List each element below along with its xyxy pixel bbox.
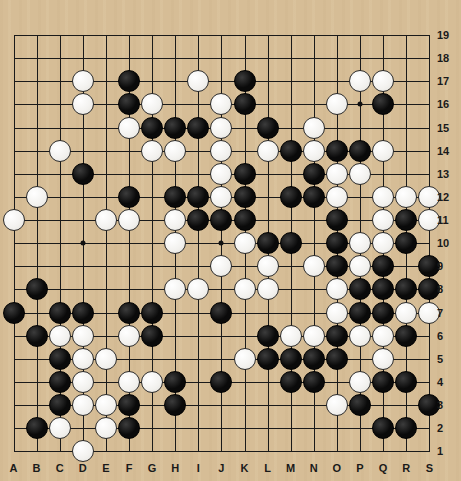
black-stone-p14[interactable] bbox=[349, 140, 371, 162]
white-stone-d17[interactable] bbox=[72, 70, 94, 92]
row-label-14: 14 bbox=[437, 145, 449, 157]
black-stone-i12[interactable] bbox=[187, 186, 209, 208]
black-stone-o10[interactable] bbox=[326, 232, 348, 254]
black-stone-g15[interactable] bbox=[141, 117, 163, 139]
black-stone-f7[interactable] bbox=[118, 302, 140, 324]
black-stone-o14[interactable] bbox=[326, 140, 348, 162]
white-stone-q14[interactable] bbox=[372, 140, 394, 162]
black-stone-q7[interactable] bbox=[372, 302, 394, 324]
white-stone-q17[interactable] bbox=[372, 70, 394, 92]
row-label-4: 4 bbox=[437, 376, 443, 388]
black-stone-r11[interactable] bbox=[395, 209, 417, 231]
white-stone-c2[interactable] bbox=[49, 417, 71, 439]
row-label-18: 18 bbox=[437, 52, 449, 64]
white-stone-h10[interactable] bbox=[164, 232, 186, 254]
star-point-j10 bbox=[219, 241, 224, 246]
black-stone-k12[interactable] bbox=[234, 186, 256, 208]
white-stone-j15[interactable] bbox=[210, 117, 232, 139]
black-stone-c7[interactable] bbox=[49, 302, 71, 324]
black-stone-p7[interactable] bbox=[349, 302, 371, 324]
row-label-12: 12 bbox=[437, 191, 449, 203]
white-stone-p6[interactable] bbox=[349, 325, 371, 347]
black-stone-l6[interactable] bbox=[257, 325, 279, 347]
black-stone-n4[interactable] bbox=[303, 371, 325, 393]
white-stone-r12[interactable] bbox=[395, 186, 417, 208]
row-label-7: 7 bbox=[437, 307, 443, 319]
white-stone-k8[interactable] bbox=[234, 278, 256, 300]
white-stone-n15[interactable] bbox=[303, 117, 325, 139]
black-stone-p3[interactable] bbox=[349, 394, 371, 416]
black-stone-n5[interactable] bbox=[303, 348, 325, 370]
white-stone-g4[interactable] bbox=[141, 371, 163, 393]
white-stone-l8[interactable] bbox=[257, 278, 279, 300]
column-label-n: N bbox=[310, 462, 318, 474]
column-label-s: S bbox=[426, 462, 433, 474]
black-stone-b6[interactable] bbox=[26, 325, 48, 347]
black-stone-g6[interactable] bbox=[141, 325, 163, 347]
row-label-13: 13 bbox=[437, 168, 449, 180]
row-label-6: 6 bbox=[437, 330, 443, 342]
white-stone-f11[interactable] bbox=[118, 209, 140, 231]
black-stone-a7[interactable] bbox=[3, 302, 25, 324]
white-stone-e2[interactable] bbox=[95, 417, 117, 439]
white-stone-k5[interactable] bbox=[234, 348, 256, 370]
row-label-5: 5 bbox=[437, 353, 443, 365]
black-stone-n12[interactable] bbox=[303, 186, 325, 208]
white-stone-d1[interactable] bbox=[72, 440, 94, 462]
white-stone-n9[interactable] bbox=[303, 255, 325, 277]
row-label-16: 16 bbox=[437, 98, 449, 110]
black-stone-r6[interactable] bbox=[395, 325, 417, 347]
white-stone-d5[interactable] bbox=[72, 348, 94, 370]
black-stone-k17[interactable] bbox=[234, 70, 256, 92]
black-stone-c5[interactable] bbox=[49, 348, 71, 370]
black-stone-i15[interactable] bbox=[187, 117, 209, 139]
black-stone-o11[interactable] bbox=[326, 209, 348, 231]
white-stone-e3[interactable] bbox=[95, 394, 117, 416]
black-stone-b8[interactable] bbox=[26, 278, 48, 300]
white-stone-q5[interactable] bbox=[372, 348, 394, 370]
black-stone-c3[interactable] bbox=[49, 394, 71, 416]
black-stone-f17[interactable] bbox=[118, 70, 140, 92]
white-stone-o13[interactable] bbox=[326, 163, 348, 185]
column-label-j: J bbox=[218, 462, 224, 474]
white-stone-d4[interactable] bbox=[72, 371, 94, 393]
black-stone-r10[interactable] bbox=[395, 232, 417, 254]
white-stone-f4[interactable] bbox=[118, 371, 140, 393]
white-stone-q12[interactable] bbox=[372, 186, 394, 208]
black-stone-i11[interactable] bbox=[187, 209, 209, 231]
white-stone-o12[interactable] bbox=[326, 186, 348, 208]
black-stone-n13[interactable] bbox=[303, 163, 325, 185]
column-label-q: Q bbox=[379, 462, 388, 474]
black-stone-c4[interactable] bbox=[49, 371, 71, 393]
black-stone-h4[interactable] bbox=[164, 371, 186, 393]
column-label-l: L bbox=[264, 462, 271, 474]
row-label-2: 2 bbox=[437, 422, 443, 434]
white-stone-c6[interactable] bbox=[49, 325, 71, 347]
white-stone-h8[interactable] bbox=[164, 278, 186, 300]
white-stone-m6[interactable] bbox=[280, 325, 302, 347]
white-stone-o8[interactable] bbox=[326, 278, 348, 300]
black-stone-q16[interactable] bbox=[372, 93, 394, 115]
white-stone-p13[interactable] bbox=[349, 163, 371, 185]
black-stone-h3[interactable] bbox=[164, 394, 186, 416]
row-label-11: 11 bbox=[437, 214, 449, 226]
black-stone-j4[interactable] bbox=[210, 371, 232, 393]
row-label-17: 17 bbox=[437, 75, 449, 87]
white-stone-g14[interactable] bbox=[141, 140, 163, 162]
black-stone-o5[interactable] bbox=[326, 348, 348, 370]
black-stone-m14[interactable] bbox=[280, 140, 302, 162]
white-stone-c14[interactable] bbox=[49, 140, 71, 162]
black-stone-l15[interactable] bbox=[257, 117, 279, 139]
white-stone-g16[interactable] bbox=[141, 93, 163, 115]
white-stone-j13[interactable] bbox=[210, 163, 232, 185]
column-label-p: P bbox=[356, 462, 363, 474]
black-stone-h15[interactable] bbox=[164, 117, 186, 139]
black-stone-m5[interactable] bbox=[280, 348, 302, 370]
white-stone-q11[interactable] bbox=[372, 209, 394, 231]
white-stone-j9[interactable] bbox=[210, 255, 232, 277]
row-label-9: 9 bbox=[437, 260, 443, 272]
white-stone-a11[interactable] bbox=[3, 209, 25, 231]
black-stone-d13[interactable] bbox=[72, 163, 94, 185]
white-stone-h11[interactable] bbox=[164, 209, 186, 231]
black-stone-o6[interactable] bbox=[326, 325, 348, 347]
row-label-1: 1 bbox=[437, 445, 443, 457]
row-label-15: 15 bbox=[437, 122, 449, 134]
go-board-window: ABCDEFGHIJKLMNOPQRS191817161514131211109… bbox=[0, 0, 461, 481]
black-stone-f3[interactable] bbox=[118, 394, 140, 416]
black-stone-q4[interactable] bbox=[372, 371, 394, 393]
black-stone-j11[interactable] bbox=[210, 209, 232, 231]
black-stone-m10[interactable] bbox=[280, 232, 302, 254]
white-stone-h14[interactable] bbox=[164, 140, 186, 162]
white-stone-l14[interactable] bbox=[257, 140, 279, 162]
white-stone-o7[interactable] bbox=[326, 302, 348, 324]
black-stone-m12[interactable] bbox=[280, 186, 302, 208]
white-stone-p17[interactable] bbox=[349, 70, 371, 92]
black-stone-k11[interactable] bbox=[234, 209, 256, 231]
white-stone-d6[interactable] bbox=[72, 325, 94, 347]
white-stone-l9[interactable] bbox=[257, 255, 279, 277]
white-stone-d16[interactable] bbox=[72, 93, 94, 115]
row-label-19: 19 bbox=[437, 29, 449, 41]
white-stone-q10[interactable] bbox=[372, 232, 394, 254]
white-stone-f15[interactable] bbox=[118, 117, 140, 139]
black-stone-h12[interactable] bbox=[164, 186, 186, 208]
white-stone-o3[interactable] bbox=[326, 394, 348, 416]
white-stone-n6[interactable] bbox=[303, 325, 325, 347]
white-stone-p4[interactable] bbox=[349, 371, 371, 393]
white-stone-j12[interactable] bbox=[210, 186, 232, 208]
column-label-f: F bbox=[126, 462, 133, 474]
white-stone-f6[interactable] bbox=[118, 325, 140, 347]
column-label-h: H bbox=[171, 462, 179, 474]
white-stone-p10[interactable] bbox=[349, 232, 371, 254]
black-stone-q2[interactable] bbox=[372, 417, 394, 439]
column-label-e: E bbox=[102, 462, 109, 474]
white-stone-j14[interactable] bbox=[210, 140, 232, 162]
column-label-o: O bbox=[333, 462, 342, 474]
black-stone-d7[interactable] bbox=[72, 302, 94, 324]
white-stone-j16[interactable] bbox=[210, 93, 232, 115]
black-stone-f16[interactable] bbox=[118, 93, 140, 115]
grid-line-horizontal bbox=[14, 428, 431, 429]
column-label-b: B bbox=[33, 462, 41, 474]
column-label-c: C bbox=[56, 462, 64, 474]
black-stone-r2[interactable] bbox=[395, 417, 417, 439]
column-label-r: R bbox=[402, 462, 410, 474]
black-stone-l10[interactable] bbox=[257, 232, 279, 254]
row-label-3: 3 bbox=[437, 399, 443, 411]
black-stone-b2[interactable] bbox=[26, 417, 48, 439]
white-stone-i8[interactable] bbox=[187, 278, 209, 300]
white-stone-e5[interactable] bbox=[95, 348, 117, 370]
column-label-a: A bbox=[10, 462, 18, 474]
white-stone-i17[interactable] bbox=[187, 70, 209, 92]
black-stone-r8[interactable] bbox=[395, 278, 417, 300]
white-stone-n14[interactable] bbox=[303, 140, 325, 162]
row-label-8: 8 bbox=[437, 283, 443, 295]
black-stone-k16[interactable] bbox=[234, 93, 256, 115]
column-label-d: D bbox=[79, 462, 87, 474]
white-stone-o16[interactable] bbox=[326, 93, 348, 115]
black-stone-f2[interactable] bbox=[118, 417, 140, 439]
white-stone-k10[interactable] bbox=[234, 232, 256, 254]
star-point-p16 bbox=[358, 102, 363, 107]
row-label-10: 10 bbox=[437, 237, 449, 249]
column-label-m: M bbox=[286, 462, 295, 474]
black-stone-l5[interactable] bbox=[257, 348, 279, 370]
white-stone-d3[interactable] bbox=[72, 394, 94, 416]
black-stone-q9[interactable] bbox=[372, 255, 394, 277]
white-stone-e11[interactable] bbox=[95, 209, 117, 231]
black-stone-g7[interactable] bbox=[141, 302, 163, 324]
black-stone-q8[interactable] bbox=[372, 278, 394, 300]
star-point-d10 bbox=[80, 241, 85, 246]
white-stone-p9[interactable] bbox=[349, 255, 371, 277]
black-stone-r4[interactable] bbox=[395, 371, 417, 393]
black-stone-k13[interactable] bbox=[234, 163, 256, 185]
black-stone-j7[interactable] bbox=[210, 302, 232, 324]
black-stone-p8[interactable] bbox=[349, 278, 371, 300]
black-stone-m4[interactable] bbox=[280, 371, 302, 393]
grid-line-vertical bbox=[429, 35, 430, 452]
black-stone-f12[interactable] bbox=[118, 186, 140, 208]
column-label-k: K bbox=[241, 462, 249, 474]
white-stone-r7[interactable] bbox=[395, 302, 417, 324]
white-stone-b12[interactable] bbox=[26, 186, 48, 208]
column-label-i: I bbox=[197, 462, 200, 474]
black-stone-o9[interactable] bbox=[326, 255, 348, 277]
column-label-g: G bbox=[148, 462, 157, 474]
white-stone-q6[interactable] bbox=[372, 325, 394, 347]
